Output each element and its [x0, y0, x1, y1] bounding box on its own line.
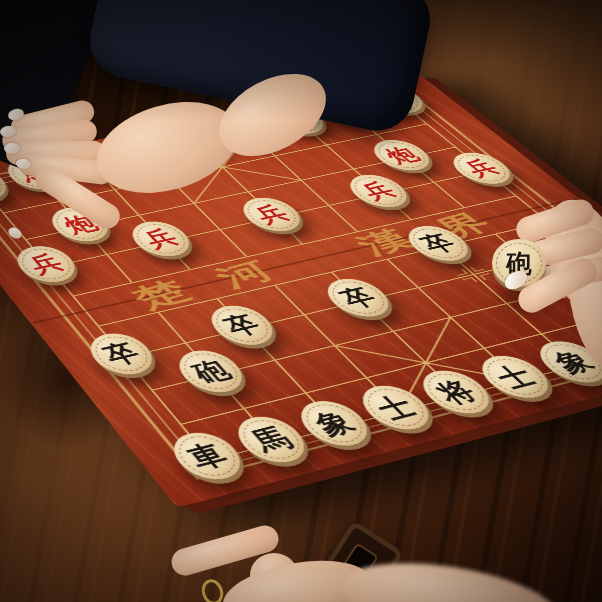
- piece-character: 卒: [334, 284, 381, 310]
- river-text-chu: 楚: [122, 275, 200, 314]
- piece-character: 車: [182, 440, 233, 473]
- piece-character: 兵: [356, 180, 400, 203]
- gold-ring: [198, 576, 226, 602]
- piece-character: 砲: [187, 357, 235, 386]
- piece-character: 炮: [380, 144, 423, 165]
- photo-scene: 楚 河 漢 界 車馬相仕帥仕相馬車炮炮兵兵兵兵兵卒卒卒卒卒砲車馬象士将士象馬車: [0, 0, 602, 602]
- piece-character: 馬: [246, 423, 297, 455]
- piece-character: 卒: [98, 340, 145, 369]
- right-hand-thumb: [514, 254, 602, 318]
- piece-character: 象: [308, 408, 359, 439]
- piece-character: 卒: [415, 231, 461, 255]
- piece-character: 兵: [460, 157, 504, 179]
- right-hand-thumb-layer: [460, 180, 602, 370]
- piece-character: 卒: [218, 311, 265, 338]
- far-hand-palm: [86, 87, 249, 209]
- piece-character: 将: [430, 377, 482, 407]
- near-player-left-hand: [110, 515, 510, 602]
- piece-character: 士: [370, 392, 422, 423]
- thumbnail: [6, 225, 23, 241]
- far-player-hand: [0, 80, 360, 270]
